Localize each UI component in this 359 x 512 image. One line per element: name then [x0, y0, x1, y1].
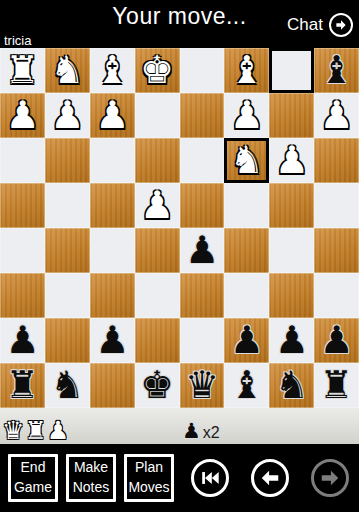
square[interactable] [0, 183, 45, 228]
white-pawn: ♟ [50, 93, 84, 138]
black-pawn: ♟ [95, 318, 129, 363]
square[interactable]: ♟ [224, 93, 269, 138]
black-knight: ♞ [275, 363, 309, 408]
square[interactable] [224, 228, 269, 273]
forward-move-button[interactable] [311, 459, 349, 497]
black-pawn: ♟ [230, 318, 264, 363]
square[interactable]: ♟ [0, 318, 45, 363]
make-notes-button[interactable]: Make Notes [66, 454, 116, 502]
square[interactable]: ♞ [224, 138, 269, 183]
chess-app-screen: Your move... Chat tricia ♜♞♝♚♝♝♟♟♟♟♟♞♟♟♟… [0, 0, 359, 512]
square[interactable]: ♚ [135, 48, 180, 93]
black-pawn: ♟ [275, 318, 309, 363]
square[interactable] [135, 318, 180, 363]
captured-white-pawn-icon: ♟ [47, 416, 69, 446]
square[interactable] [269, 273, 314, 318]
square[interactable] [45, 318, 90, 363]
square[interactable] [269, 183, 314, 228]
chat-arrow-icon [329, 13, 353, 37]
square[interactable] [45, 138, 90, 183]
captured-pieces-tray: ♛♜♟ ♟ x2 [0, 408, 359, 444]
opponent-name: tricia [4, 33, 31, 48]
white-pawn: ♟ [5, 93, 39, 138]
square[interactable] [180, 183, 225, 228]
white-king: ♚ [140, 48, 174, 93]
white-knight: ♞ [230, 138, 264, 183]
square[interactable]: ♞ [45, 363, 90, 408]
square[interactable]: ♟ [269, 138, 314, 183]
square[interactable] [269, 93, 314, 138]
chat-button[interactable]: Chat [287, 13, 353, 37]
captured-by-white: ♟ x2 [182, 418, 220, 444]
square[interactable] [90, 363, 135, 408]
square[interactable]: ♞ [269, 363, 314, 408]
square[interactable]: ♟ [45, 93, 90, 138]
square[interactable] [90, 228, 135, 273]
chess-board[interactable]: ♜♞♝♚♝♝♟♟♟♟♟♞♟♟♟♟♟♟♟♟♜♞♚♛♝♞♜ [0, 48, 359, 408]
plan-moves-button[interactable]: Plan Moves [124, 454, 174, 502]
square[interactable]: ♝ [224, 48, 269, 93]
square[interactable] [180, 138, 225, 183]
square[interactable]: ♟ [0, 93, 45, 138]
captured-white-queen-icon: ♛ [2, 416, 24, 446]
captured-count: x2 [203, 422, 220, 444]
white-knight: ♞ [50, 48, 84, 93]
square[interactable]: ♟ [135, 183, 180, 228]
square[interactable] [269, 228, 314, 273]
captured-white-rook-icon: ♜ [24, 416, 46, 446]
square[interactable] [180, 48, 225, 93]
header: Your move... Chat tricia [0, 0, 359, 48]
square[interactable] [135, 228, 180, 273]
chat-label: Chat [287, 15, 323, 35]
skip-to-start-button[interactable] [191, 459, 229, 497]
square[interactable] [314, 273, 359, 318]
square[interactable] [0, 273, 45, 318]
square[interactable] [135, 138, 180, 183]
square[interactable]: ♟ [314, 93, 359, 138]
square[interactable]: ♞ [45, 48, 90, 93]
square[interactable]: ♝ [314, 48, 359, 93]
white-pawn: ♟ [320, 93, 354, 138]
square[interactable]: ♟ [90, 93, 135, 138]
square[interactable] [45, 183, 90, 228]
square[interactable]: ♟ [90, 318, 135, 363]
square[interactable]: ♜ [314, 363, 359, 408]
square[interactable] [0, 138, 45, 183]
square[interactable] [224, 183, 269, 228]
square[interactable] [269, 48, 314, 93]
square[interactable] [90, 273, 135, 318]
black-pawn: ♟ [320, 318, 354, 363]
white-pawn: ♟ [230, 93, 264, 138]
square[interactable]: ♟ [224, 318, 269, 363]
square[interactable]: ♚ [135, 363, 180, 408]
captured-by-black: ♛♜♟ [2, 416, 69, 446]
white-pawn: ♟ [95, 93, 129, 138]
black-bishop: ♝ [320, 48, 354, 93]
square[interactable] [224, 273, 269, 318]
end-game-button[interactable]: End Game [8, 454, 58, 502]
bottom-toolbar: End Game Make Notes Plan Moves [0, 444, 359, 512]
square[interactable]: ♛ [180, 363, 225, 408]
square[interactable]: ♜ [0, 363, 45, 408]
square[interactable] [180, 318, 225, 363]
black-knight: ♞ [50, 363, 84, 408]
square[interactable] [90, 183, 135, 228]
black-rook: ♜ [320, 363, 354, 408]
square[interactable]: ♟ [314, 318, 359, 363]
square[interactable] [135, 93, 180, 138]
square[interactable] [90, 138, 135, 183]
square[interactable] [45, 273, 90, 318]
white-pawn: ♟ [275, 138, 309, 183]
square[interactable] [45, 228, 90, 273]
square[interactable] [180, 273, 225, 318]
square[interactable]: ♝ [90, 48, 135, 93]
square[interactable]: ♟ [269, 318, 314, 363]
square[interactable] [0, 228, 45, 273]
white-bishop: ♝ [95, 48, 129, 93]
square[interactable]: ♟ [180, 228, 225, 273]
black-pawn: ♟ [185, 228, 219, 273]
white-bishop: ♝ [230, 48, 264, 93]
square[interactable]: ♝ [224, 363, 269, 408]
black-bishop: ♝ [230, 363, 264, 408]
square[interactable] [135, 273, 180, 318]
square[interactable] [314, 138, 359, 183]
black-rook: ♜ [5, 363, 39, 408]
captured-black-pawn-icon: ♟ [182, 418, 201, 444]
white-rook: ♜ [5, 48, 39, 93]
move-navigation [191, 459, 351, 497]
square[interactable] [314, 183, 359, 228]
back-move-button[interactable] [251, 459, 289, 497]
square[interactable] [180, 93, 225, 138]
black-king: ♚ [140, 363, 174, 408]
white-pawn: ♟ [140, 183, 174, 228]
square[interactable]: ♜ [0, 48, 45, 93]
square[interactable] [314, 228, 359, 273]
black-pawn: ♟ [5, 318, 39, 363]
black-queen: ♛ [185, 363, 219, 408]
